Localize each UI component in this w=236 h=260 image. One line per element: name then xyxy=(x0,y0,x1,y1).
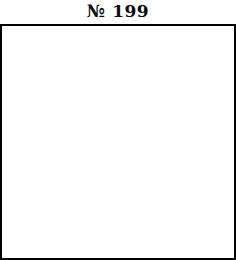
diagram-number: № 199 xyxy=(0,0,236,24)
chess-board xyxy=(0,24,236,260)
diagram-page: № 199 xyxy=(0,0,236,260)
